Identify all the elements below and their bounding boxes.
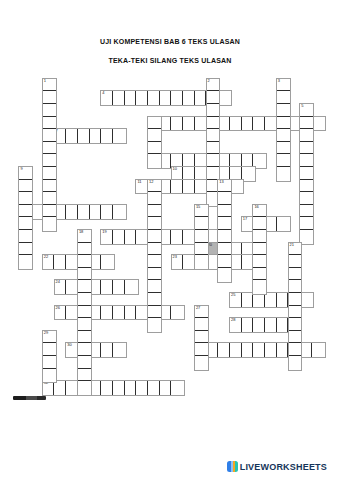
- answer-cell-r4-c8[interactable]: [113, 129, 125, 143]
- answer-cell-r11-c20[interactable]: [253, 217, 266, 230]
- answer-cell-r13-c5[interactable]: [78, 243, 91, 256]
- answer-cell-r11-c22[interactable]: [277, 217, 289, 231]
- answer-cell-r14-c23[interactable]: [289, 255, 302, 268]
- answer-cell-r9-c24[interactable]: [300, 192, 313, 205]
- answer-cell-r4-c2[interactable]: [43, 129, 56, 142]
- answer-cell-r0-c16[interactable]: 2: [207, 79, 220, 92]
- answer-cell-r14-c15[interactable]: [195, 255, 208, 268]
- word-down-5: 5: [299, 103, 314, 245]
- answer-cell-r12-c11[interactable]: [148, 230, 161, 243]
- answer-cell-r12-c8[interactable]: [113, 230, 125, 244]
- answer-cell-r16-c8[interactable]: [113, 280, 125, 294]
- answer-cell-r14-c20[interactable]: [253, 255, 266, 268]
- clue-number: 9: [20, 167, 22, 171]
- answer-cell-r15-c23[interactable]: [289, 268, 302, 281]
- word-down-15: 15: [194, 204, 209, 270]
- clue-number: 16: [254, 205, 258, 209]
- answer-cell-r11-c0[interactable]: [19, 217, 32, 230]
- answer-cell-r4-c22[interactable]: [277, 129, 290, 142]
- answer-cell-r23-c5[interactable]: [78, 369, 91, 382]
- crossword-grid: 4678101114171920222324252628303132123591…: [0, 0, 340, 480]
- answer-cell-r21-c20[interactable]: [253, 343, 265, 357]
- answer-cell-r21-c5[interactable]: [78, 343, 91, 356]
- clue-number: 28: [231, 318, 235, 322]
- answer-cell-r14-c7[interactable]: [101, 255, 113, 269]
- answer-cell-r17-c23[interactable]: [289, 293, 302, 306]
- answer-cell-r10-c20[interactable]: 16: [253, 205, 266, 218]
- clue-number: 13: [219, 180, 223, 184]
- answer-cell-r3-c18[interactable]: [230, 117, 242, 131]
- answer-cell-r7-c0[interactable]: 9: [19, 167, 32, 180]
- answer-cell-r13-c17[interactable]: [218, 243, 231, 256]
- answer-cell-r11-c2[interactable]: [43, 217, 56, 230]
- answer-cell-r2-c2[interactable]: [43, 104, 56, 117]
- answer-cell-r14-c5[interactable]: [78, 255, 91, 268]
- answer-cell-r7-c2[interactable]: [43, 167, 56, 180]
- answer-cell-r19-c11[interactable]: [148, 318, 161, 331]
- answer-cell-r6-c2[interactable]: [43, 154, 56, 167]
- answer-cell-r8-c13[interactable]: [171, 180, 183, 194]
- answer-cell-r1-c2[interactable]: [43, 91, 56, 104]
- clue-number: 24: [56, 280, 60, 284]
- answer-cell-r3-c19[interactable]: [242, 117, 254, 131]
- answer-cell-r11-c15[interactable]: [195, 217, 208, 230]
- answer-cell-r8-c11[interactable]: 12: [148, 180, 161, 193]
- clue-number: 12: [149, 180, 153, 184]
- word-across-30: 30: [65, 342, 127, 358]
- answer-cell-r12-c7[interactable]: 19: [101, 230, 113, 244]
- answer-cell-r24-c9[interactable]: [125, 381, 137, 395]
- answer-cell-r12-c17[interactable]: [218, 230, 231, 243]
- answer-cell-r16-c23[interactable]: [289, 280, 302, 293]
- answer-cell-r16-c11[interactable]: [148, 280, 161, 293]
- answer-cell-r3-c16[interactable]: [207, 117, 220, 130]
- word-down-3: 3: [276, 78, 291, 182]
- answer-cell-r22-c2[interactable]: [43, 356, 56, 369]
- clue-number: 21: [290, 243, 294, 247]
- clue-number: 27: [196, 306, 200, 310]
- answer-cell-r8-c0[interactable]: [19, 180, 32, 193]
- answer-cell-r16-c20[interactable]: [253, 280, 266, 293]
- answer-cell-r21-c25[interactable]: [312, 343, 324, 357]
- answer-cell-r1-c13[interactable]: [171, 91, 183, 105]
- answer-cell-r3-c14[interactable]: [183, 117, 195, 131]
- answer-cell-r18-c15[interactable]: 27: [195, 306, 208, 319]
- liveworksheets-icon: [227, 461, 238, 472]
- answer-cell-r4-c4[interactable]: [66, 129, 78, 143]
- answer-cell-r20-c23[interactable]: [289, 331, 302, 344]
- liveworksheets-logo-text: LIVEWORKSHEETS: [240, 462, 327, 472]
- answer-cell-r16-c3[interactable]: 24: [55, 280, 67, 294]
- answer-cell-r18-c5[interactable]: [78, 306, 91, 319]
- answer-cell-r3-c2[interactable]: [43, 117, 56, 130]
- answer-cell-r11-c24[interactable]: [300, 217, 313, 230]
- answer-cell-r11-c11[interactable]: [148, 217, 161, 230]
- word-down-27: 27: [194, 305, 209, 371]
- answer-cell-r21-c2[interactable]: [43, 343, 56, 356]
- answer-cell-r0-c22[interactable]: 3: [277, 79, 290, 92]
- answer-cell-r17-c18[interactable]: 25: [230, 293, 242, 307]
- answer-cell-r24-c7[interactable]: [101, 381, 113, 395]
- answer-cell-r5-c16[interactable]: [207, 142, 220, 155]
- answer-cell-r21-c23[interactable]: [289, 343, 302, 356]
- answer-cell-r18-c9[interactable]: [125, 306, 137, 320]
- word-down-shared: [147, 116, 162, 170]
- clue-number: 2: [208, 79, 210, 83]
- answer-cell-r14-c0[interactable]: [19, 255, 32, 268]
- answer-cell-r7-c22[interactable]: [277, 167, 290, 180]
- answer-cell-r14-c2[interactable]: 22: [43, 255, 55, 269]
- answer-cell-r19-c15[interactable]: [195, 318, 208, 331]
- answer-cell-r4-c6[interactable]: [90, 129, 102, 143]
- word-across-26: 26: [54, 305, 186, 321]
- answer-cell-r24-c8[interactable]: [113, 381, 125, 395]
- answer-cell-r18-c13[interactable]: [171, 306, 183, 320]
- answer-cell-r8-c17[interactable]: 13: [218, 180, 231, 193]
- answer-cell-r5-c2[interactable]: [43, 142, 56, 155]
- answer-cell-r9-c17[interactable]: [218, 192, 231, 205]
- clue-number: 26: [56, 306, 60, 310]
- answer-cell-r19-c21[interactable]: [265, 318, 277, 332]
- answer-cell-r3-c24[interactable]: [300, 117, 313, 130]
- word-across-31: 31: [194, 342, 326, 358]
- answer-cell-r14-c11[interactable]: [148, 255, 161, 268]
- answer-cell-r2-c16[interactable]: [207, 104, 220, 117]
- answer-cell-r10-c2[interactable]: [43, 205, 56, 218]
- answer-cell-r10-c6[interactable]: [90, 205, 102, 219]
- answer-cell-r24-c10[interactable]: [136, 381, 148, 395]
- answer-cell-r4-c11[interactable]: [148, 129, 161, 142]
- answer-cell-r21-c8[interactable]: [113, 343, 125, 357]
- watermark-smudge: [13, 396, 46, 400]
- answer-cell-r19-c19[interactable]: [242, 318, 254, 332]
- answer-cell-r1-c7[interactable]: 4: [101, 91, 113, 105]
- answer-cell-r13-c15[interactable]: [195, 243, 208, 256]
- answer-cell-r20-c2[interactable]: 29: [43, 331, 56, 344]
- answer-cell-r8-c2[interactable]: [43, 180, 56, 193]
- word-down-29: 29: [42, 330, 57, 384]
- answer-cell-r18-c23[interactable]: [289, 306, 302, 319]
- clue-number: 30: [67, 343, 71, 347]
- answer-cell-r6-c22[interactable]: [277, 154, 290, 167]
- clue-number: 17: [243, 217, 247, 221]
- answer-cell-r15-c17[interactable]: [218, 268, 231, 281]
- answer-cell-r8-c14[interactable]: [183, 180, 195, 194]
- answer-cell-r10-c8[interactable]: [113, 205, 125, 219]
- word-down-9: 9: [18, 166, 33, 270]
- answer-cell-r16-c7[interactable]: [101, 280, 113, 294]
- answer-cell-r6-c16[interactable]: [207, 154, 220, 167]
- answer-cell-r19-c5[interactable]: [78, 318, 91, 331]
- answer-cell-r10-c4[interactable]: [66, 205, 78, 219]
- answer-cell-r12-c9[interactable]: [125, 230, 137, 244]
- clue-number: 22: [44, 255, 48, 259]
- answer-cell-r15-c11[interactable]: [148, 268, 161, 281]
- answer-cell-r1-c9[interactable]: [125, 91, 137, 105]
- answer-cell-r18-c8[interactable]: [113, 306, 125, 320]
- answer-cell-r3-c22[interactable]: [277, 117, 290, 130]
- answer-cell-r4-c7[interactable]: [101, 129, 113, 143]
- answer-cell-r3-c20[interactable]: [253, 117, 265, 131]
- answer-cell-r21-c7[interactable]: [101, 343, 113, 357]
- answer-cell-r1-c8[interactable]: [113, 91, 125, 105]
- answer-cell-r10-c0[interactable]: [19, 205, 32, 218]
- clue-number: 15: [196, 205, 200, 209]
- answer-cell-r4-c24[interactable]: [300, 129, 313, 142]
- clue-number: 11: [137, 180, 141, 184]
- answer-cell-r13-c0[interactable]: [19, 243, 32, 256]
- answer-cell-r12-c20[interactable]: [253, 230, 266, 243]
- answer-cell-r18-c7[interactable]: [101, 306, 113, 320]
- answer-cell-r10-c5[interactable]: [78, 205, 90, 219]
- clue-number: 23: [173, 255, 177, 259]
- answer-cell-r1-c10[interactable]: [136, 91, 148, 105]
- answer-cell-r8-c24[interactable]: [300, 180, 313, 193]
- answer-cell-r22-c5[interactable]: [78, 356, 91, 369]
- answer-cell-r1-c12[interactable]: [160, 91, 172, 105]
- answer-cell-r21-c21[interactable]: [265, 343, 277, 357]
- answer-cell-r22-c23[interactable]: [289, 356, 302, 369]
- answer-cell-r11-c17[interactable]: [218, 217, 231, 230]
- answer-cell-r2-c24[interactable]: 5: [300, 104, 313, 117]
- answer-cell-r6-c24[interactable]: [300, 154, 313, 167]
- clue-number: 5: [301, 104, 303, 108]
- answer-cell-r19-c20[interactable]: [253, 318, 265, 332]
- answer-cell-r12-c15[interactable]: [195, 230, 208, 243]
- answer-cell-r24-c5[interactable]: [78, 381, 91, 394]
- answer-cell-r22-c15[interactable]: [195, 356, 208, 369]
- answer-cell-r20-c5[interactable]: [78, 331, 91, 344]
- clue-number: 29: [44, 331, 48, 335]
- answer-cell-r7-c24[interactable]: [300, 167, 313, 180]
- word-across-23: 23: [171, 254, 256, 270]
- answer-cell-r16-c9[interactable]: [125, 280, 137, 294]
- answer-cell-r10-c17[interactable]: [218, 205, 231, 218]
- answer-cell-r0-c2[interactable]: 1: [43, 79, 56, 92]
- answer-cell-r24-c12[interactable]: [160, 381, 172, 395]
- clue-number: 10: [173, 167, 177, 171]
- answer-cell-r4-c5[interactable]: [78, 129, 90, 143]
- answer-cell-r5-c24[interactable]: [300, 142, 313, 155]
- answer-cell-r16-c5[interactable]: [78, 280, 91, 293]
- answer-cell-r10-c24[interactable]: [300, 205, 313, 218]
- answer-cell-r21-c15[interactable]: [195, 343, 208, 356]
- word-down-1: 1: [42, 78, 57, 232]
- answer-cell-r14-c3[interactable]: [54, 255, 66, 269]
- answer-cell-r3-c11[interactable]: [148, 117, 161, 130]
- word-down-21: 21: [288, 242, 303, 371]
- answer-cell-r23-c2[interactable]: [43, 369, 56, 382]
- clue-number: 3: [278, 79, 280, 83]
- answer-cell-r17-c11[interactable]: [148, 293, 161, 306]
- answer-cell-r20-c15[interactable]: [195, 331, 208, 344]
- clue-number: 19: [102, 230, 106, 234]
- word-down-16: 16: [252, 204, 267, 295]
- answer-cell-r15-c20[interactable]: [253, 268, 266, 281]
- answer-cell-r5-c22[interactable]: [277, 142, 290, 155]
- answer-cell-r24-c11[interactable]: [148, 381, 160, 395]
- answer-cell-r1-c14[interactable]: [183, 91, 195, 105]
- answer-cell-r14-c17[interactable]: [218, 255, 231, 268]
- word-across-7: 7: [54, 128, 127, 144]
- answer-cell-r10-c7[interactable]: [101, 205, 113, 219]
- answer-cell-r18-c11[interactable]: [148, 306, 161, 319]
- word-across-24: 24: [54, 279, 139, 295]
- answer-cell-r15-c5[interactable]: [78, 268, 91, 281]
- answer-cell-r2-c22[interactable]: [277, 104, 290, 117]
- answer-cell-r12-c0[interactable]: [19, 230, 32, 243]
- answer-cell-r12-c5[interactable]: 18: [78, 230, 91, 243]
- answer-cell-r24-c13[interactable]: [171, 381, 183, 395]
- answer-cell-r14-c13[interactable]: 23: [172, 255, 184, 269]
- answer-cell-r13-c11[interactable]: [148, 243, 161, 256]
- answer-cell-r10-c15[interactable]: 15: [195, 205, 208, 218]
- answer-cell-r21-c18[interactable]: [230, 343, 242, 357]
- word-down-13: 13: [217, 179, 232, 283]
- answer-cell-r9-c0[interactable]: [19, 192, 32, 205]
- clue-number: 18: [79, 230, 83, 234]
- clue-number: 4: [102, 91, 104, 95]
- liveworksheets-logo[interactable]: LIVEWORKSHEETS: [227, 461, 327, 472]
- answer-cell-r10-c11[interactable]: [148, 205, 161, 218]
- answer-cell-r1-c16[interactable]: [207, 91, 220, 104]
- clue-number: 1: [44, 79, 46, 83]
- answer-cell-r13-c23[interactable]: 21: [289, 243, 302, 256]
- answer-cell-r5-c11[interactable]: [148, 142, 161, 155]
- answer-cell-r21-c19[interactable]: [242, 343, 254, 357]
- word-across-32: 32: [42, 380, 186, 396]
- answer-cell-r1-c22[interactable]: [277, 91, 290, 104]
- answer-cell-r1-c11[interactable]: [148, 91, 160, 105]
- answer-cell-r4-c16[interactable]: [207, 129, 220, 142]
- word-across-14: 14: [18, 204, 127, 220]
- answer-cell-r6-c11[interactable]: [148, 154, 161, 167]
- answer-cell-r18-c3[interactable]: 26: [55, 306, 67, 320]
- answer-cell-r17-c5[interactable]: [78, 293, 91, 306]
- clue-number: 25: [231, 293, 235, 297]
- word-down-18: 18: [77, 229, 92, 396]
- word-down-12: 12: [147, 179, 162, 333]
- answer-cell-r19-c23[interactable]: [289, 318, 302, 331]
- answer-cell-r9-c11[interactable]: [148, 192, 161, 205]
- answer-cell-r19-c18[interactable]: 28: [230, 318, 242, 332]
- answer-cell-r21-c17[interactable]: [218, 343, 230, 357]
- answer-cell-r13-c20[interactable]: [253, 243, 266, 256]
- answer-cell-r12-c13[interactable]: [171, 230, 183, 244]
- answer-cell-r3-c13[interactable]: [171, 117, 183, 131]
- answer-cell-r9-c2[interactable]: [43, 192, 56, 205]
